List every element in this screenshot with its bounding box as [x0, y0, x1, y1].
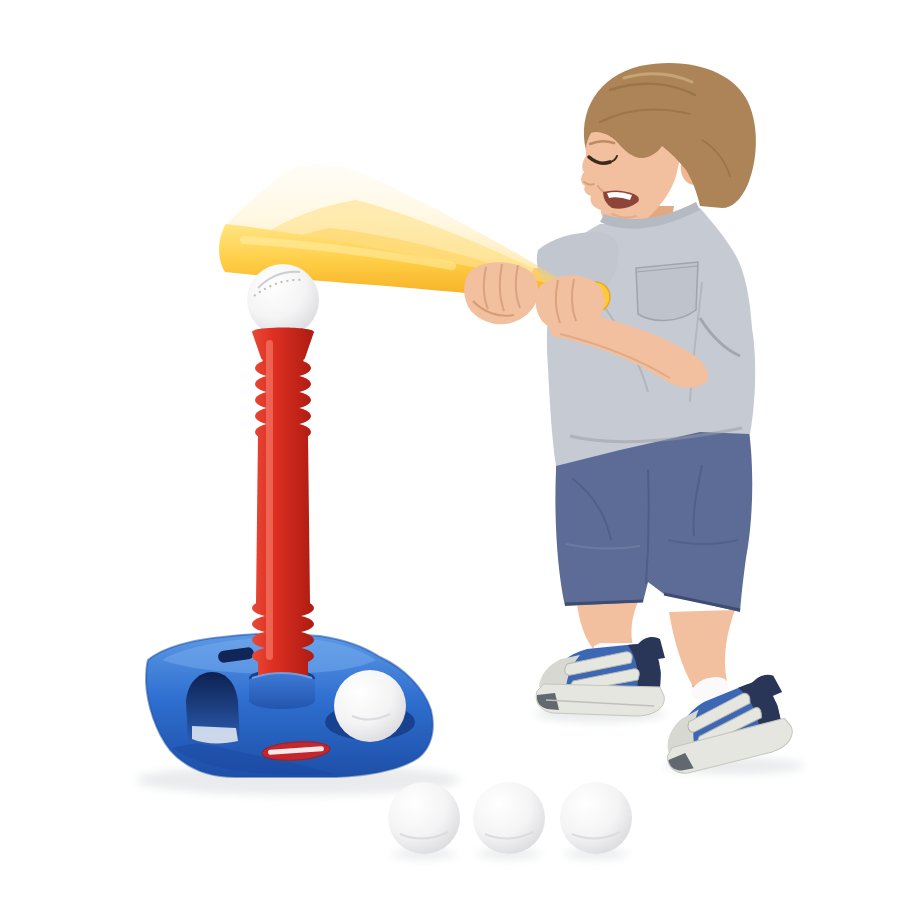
floor-ball-3 [560, 782, 632, 854]
base-ball [334, 670, 406, 742]
floor-balls [388, 782, 632, 854]
sneaker-front [536, 637, 665, 716]
boy [530, 63, 798, 780]
tee-ball [247, 264, 319, 336]
scene-canvas [0, 0, 920, 920]
floor-ball-2 [473, 782, 545, 854]
floor-ball [473, 782, 545, 854]
tee-post [252, 328, 314, 689]
scene-svg [0, 0, 920, 920]
floor-ball [388, 782, 460, 854]
boy-back-calf [669, 610, 735, 688]
tball-set [146, 264, 433, 777]
arch-opening-light [192, 726, 238, 743]
tee-shaft [256, 434, 310, 604]
tee-highlight [266, 340, 273, 660]
floor-ball [560, 782, 632, 854]
tee-socket-front [249, 673, 315, 709]
floor-ball-1 [388, 782, 460, 854]
